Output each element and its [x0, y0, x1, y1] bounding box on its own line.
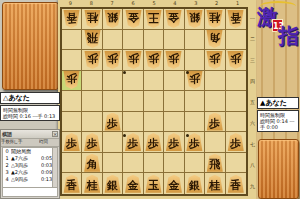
- square-8i[interactable]: 桂: [82, 173, 102, 194]
- square-1h[interactable]: [226, 153, 246, 174]
- piece-gote-歩-3d[interactable]: 歩: [186, 71, 203, 89]
- rank-label-4: 四: [249, 70, 256, 91]
- piece-gote-歩-8c[interactable]: 歩: [84, 51, 101, 69]
- square-8a[interactable]: 桂: [82, 9, 102, 30]
- piece-kanji: 香: [66, 178, 77, 193]
- piece-sente-歩-4g[interactable]: 歩: [165, 133, 182, 151]
- square-2h[interactable]: 飛: [205, 153, 225, 174]
- kifu-header: 手数 指し手 時間: [1, 139, 59, 147]
- piece-gote-歩-6c[interactable]: 歩: [125, 51, 142, 69]
- square-2i[interactable]: 桂: [205, 173, 225, 194]
- piece-sente-歩-6g[interactable]: 歩: [125, 133, 142, 151]
- piece-sente-銀-3i[interactable]: 銀: [186, 175, 203, 193]
- square-9c[interactable]: [62, 50, 82, 71]
- square-5b[interactable]: [144, 30, 164, 51]
- piece-gote-歩-1c[interactable]: 歩: [227, 51, 244, 69]
- piece-kanji: 歩: [209, 51, 220, 66]
- logo-kanji-2: 指: [278, 22, 299, 50]
- square-9b[interactable]: [62, 30, 82, 51]
- file-label-5: 5: [144, 0, 165, 7]
- piece-kanji: 飛: [209, 157, 220, 172]
- piece-sente-歩-5g[interactable]: 歩: [145, 133, 162, 151]
- file-label-3: 3: [185, 0, 206, 7]
- square-5c[interactable]: 歩: [144, 50, 164, 71]
- piece-kanji: 桂: [87, 10, 98, 25]
- rank-label-2: 二: [249, 28, 256, 49]
- piece-kanji: 歩: [66, 71, 77, 86]
- piece-gote-銀-3a[interactable]: 銀: [186, 10, 203, 28]
- square-1i[interactable]: 香: [226, 173, 246, 194]
- square-4f[interactable]: [164, 112, 184, 133]
- rank-label-8: 八: [249, 154, 256, 175]
- piece-kanji: 香: [66, 10, 77, 25]
- piece-gote-歩-5c[interactable]: 歩: [145, 51, 162, 69]
- kifu-row-0[interactable]: 0開始局面: [3, 148, 57, 155]
- square-8g[interactable]: 歩: [82, 132, 102, 153]
- square-1c[interactable]: 歩: [226, 50, 246, 71]
- piece-gote-歩-4c[interactable]: 歩: [165, 51, 182, 69]
- file-label-8: 8: [81, 0, 102, 7]
- sente-piece-stand[interactable]: [258, 139, 299, 199]
- square-7e[interactable]: [103, 91, 123, 112]
- piece-gote-桂-8a[interactable]: 桂: [84, 10, 101, 28]
- piece-kanji: 桂: [209, 178, 220, 193]
- file-label-1: 1: [227, 0, 248, 7]
- square-1e[interactable]: [226, 91, 246, 112]
- piece-sente-金-6i[interactable]: 金: [125, 175, 142, 193]
- square-7d[interactable]: [103, 71, 123, 92]
- piece-kanji: 歩: [209, 116, 220, 131]
- piece-kanji: 金: [128, 10, 139, 25]
- rank-label-5: 五: [249, 91, 256, 112]
- square-6i[interactable]: 金: [123, 173, 143, 194]
- piece-kanji: 歩: [66, 136, 77, 151]
- square-2d[interactable]: [205, 71, 225, 92]
- square-5a[interactable]: 王: [144, 9, 164, 30]
- square-3c[interactable]: [185, 50, 205, 71]
- square-5d[interactable]: [144, 71, 164, 92]
- kifu-window: 棋譜 × 手数 指し手 時間 0開始局面1▲7六歩0:052△3四歩0:033▲…: [0, 129, 60, 199]
- square-9e[interactable]: [62, 91, 82, 112]
- piece-kanji: 香: [230, 10, 241, 25]
- square-5i[interactable]: 玉: [144, 173, 164, 194]
- square-2c[interactable]: 歩: [205, 50, 225, 71]
- square-2e[interactable]: [205, 91, 225, 112]
- kifu-row-3[interactable]: 3▲2六歩0:09: [3, 169, 57, 176]
- square-2a[interactable]: 桂: [205, 9, 225, 30]
- piece-sente-歩-1g[interactable]: 歩: [227, 133, 244, 151]
- piece-sente-桂-2i[interactable]: 桂: [206, 175, 223, 193]
- piece-kanji: 歩: [148, 51, 159, 66]
- kifu-rows: 0開始局面1▲7六歩0:052△3四歩0:033▲2六歩0:094△9四歩0:1…: [3, 148, 57, 183]
- square-9g[interactable]: 歩: [62, 132, 82, 153]
- square-1d[interactable]: [226, 71, 246, 92]
- square-1b[interactable]: [226, 30, 246, 51]
- square-2g[interactable]: [205, 132, 225, 153]
- gote-time-info: 時間無制限 総時間 0:16 一手 0:13: [0, 105, 60, 121]
- piece-kanji: 歩: [128, 136, 139, 151]
- square-1g[interactable]: 歩: [226, 132, 246, 153]
- square-4c[interactable]: 歩: [164, 50, 184, 71]
- gote-player-name: △あなた: [0, 92, 60, 104]
- piece-kanji: 銀: [189, 10, 200, 25]
- square-7g[interactable]: [103, 132, 123, 153]
- app-window: 激 13 指 987654321 一二三四五六七八九 香桂銀金王金銀桂香飛角歩歩…: [0, 0, 300, 199]
- square-3f[interactable]: [185, 112, 205, 133]
- square-4h[interactable]: [164, 153, 184, 174]
- piece-kanji: 香: [230, 178, 241, 193]
- sente-time-info: 時間無制限 総時間 0:14 一手 0:00: [257, 110, 299, 132]
- square-9d[interactable]: 歩: [62, 71, 82, 92]
- rank-label-3: 三: [249, 49, 256, 70]
- square-9a[interactable]: 香: [62, 9, 82, 30]
- piece-sente-香-9i[interactable]: 香: [63, 175, 80, 193]
- file-label-4: 4: [164, 0, 185, 7]
- piece-kanji: 歩: [148, 136, 159, 151]
- piece-kanji: 歩: [87, 136, 98, 151]
- piece-kanji: 歩: [107, 51, 118, 66]
- square-1a[interactable]: 香: [226, 9, 246, 30]
- piece-gote-香-9a[interactable]: 香: [63, 10, 80, 28]
- square-7f[interactable]: 歩: [103, 112, 123, 133]
- piece-kanji: 桂: [87, 178, 98, 193]
- piece-sente-金-4i[interactable]: 金: [165, 175, 182, 193]
- square-7b[interactable]: [103, 30, 123, 51]
- piece-sente-飛-2h[interactable]: 飛: [206, 154, 223, 172]
- rank-label-7: 七: [249, 133, 256, 154]
- piece-kanji: 銀: [107, 10, 118, 25]
- piece-kanji: 歩: [107, 116, 118, 131]
- hoshi-dot: [186, 134, 189, 137]
- square-6e[interactable]: [123, 91, 143, 112]
- square-9i[interactable]: 香: [62, 173, 82, 194]
- kifu-scrollbar[interactable]: [52, 148, 57, 188]
- kifu-row-1[interactable]: 1▲7六歩0:05: [3, 155, 57, 162]
- square-1f[interactable]: [226, 112, 246, 133]
- gote-move-time: 0:13: [44, 113, 55, 119]
- piece-kanji: 歩: [87, 51, 98, 66]
- sente-player-panel: ▲あなた 時間無制限 総時間 0:14 一手 0:00: [257, 97, 299, 132]
- piece-kanji: 玉: [148, 178, 159, 193]
- piece-sente-歩-7f[interactable]: 歩: [104, 113, 121, 131]
- file-labels: 987654321: [60, 0, 248, 7]
- gote-total-time: 0:16: [20, 113, 31, 119]
- piece-kanji: 歩: [168, 136, 179, 151]
- file-label-7: 7: [102, 0, 123, 7]
- gote-clock: 総時間 0:16 一手 0:13: [3, 113, 57, 119]
- sente-total-time: 0:14: [277, 118, 288, 124]
- square-5g[interactable]: 歩: [144, 132, 164, 153]
- piece-sente-歩-9g[interactable]: 歩: [63, 133, 80, 151]
- kifu-row-2[interactable]: 2△3四歩0:03: [3, 162, 57, 169]
- piece-kanji: 歩: [230, 51, 241, 66]
- piece-gote-飛-8b[interactable]: 飛: [84, 30, 101, 48]
- square-9f[interactable]: [62, 112, 82, 133]
- piece-gote-歩-9d[interactable]: 歩: [63, 71, 80, 89]
- kifu-col-time: 時間: [39, 139, 53, 146]
- sente-clock: 総時間 0:14 一手 0:00: [260, 118, 296, 130]
- piece-kanji: 角: [209, 30, 220, 45]
- piece-gote-金-6a[interactable]: 金: [125, 10, 142, 28]
- square-6g[interactable]: 歩: [123, 132, 143, 153]
- piece-gote-王-5a[interactable]: 王: [145, 10, 162, 28]
- kifu-comment-box[interactable]: [2, 187, 58, 197]
- square-7c[interactable]: 歩: [103, 50, 123, 71]
- piece-kanji: 桂: [209, 10, 220, 25]
- square-4d[interactable]: [164, 71, 184, 92]
- square-6a[interactable]: 金: [123, 9, 143, 30]
- square-4e[interactable]: [164, 91, 184, 112]
- square-6f[interactable]: [123, 112, 143, 133]
- kifu-move-list[interactable]: 0開始局面1▲7六歩0:052△3四歩0:033▲2六歩0:094△9四歩0:1…: [2, 147, 58, 189]
- piece-gote-金-4a[interactable]: 金: [165, 10, 182, 28]
- square-7a[interactable]: 銀: [103, 9, 123, 30]
- piece-sente-香-1i[interactable]: 香: [227, 175, 244, 193]
- piece-sente-歩-8g[interactable]: 歩: [84, 133, 101, 151]
- square-3a[interactable]: 銀: [185, 9, 205, 30]
- piece-kanji: 金: [168, 178, 179, 193]
- piece-gote-角-2b[interactable]: 角: [206, 30, 223, 48]
- kifu-row-4[interactable]: 4△9四歩0:13: [3, 176, 57, 183]
- kifu-col-moveno: 手数: [1, 139, 9, 146]
- kifu-col-move: 指し手: [9, 139, 39, 146]
- rank-label-6: 六: [249, 112, 256, 133]
- piece-kanji: 王: [148, 10, 159, 25]
- sente-move-time: 0:00: [267, 124, 278, 130]
- file-label-9: 9: [60, 0, 81, 7]
- piece-kanji: 銀: [189, 178, 200, 193]
- piece-gote-桂-2a[interactable]: 桂: [206, 10, 223, 28]
- piece-sente-銀-7i[interactable]: 銀: [104, 175, 121, 193]
- piece-sente-桂-8i[interactable]: 桂: [84, 175, 101, 193]
- sente-player-name: ▲あなた: [257, 97, 299, 109]
- piece-kanji: 角: [87, 157, 98, 172]
- piece-kanji: 飛: [87, 30, 98, 45]
- square-6d[interactable]: [123, 71, 143, 92]
- square-2b[interactable]: 角: [205, 30, 225, 51]
- gote-piece-stand[interactable]: [2, 2, 59, 90]
- close-icon[interactable]: ×: [52, 131, 58, 137]
- square-8f[interactable]: [82, 112, 102, 133]
- piece-gote-歩-2c[interactable]: 歩: [206, 51, 223, 69]
- piece-kanji: 歩: [189, 136, 200, 151]
- square-6c[interactable]: 歩: [123, 50, 143, 71]
- file-label-2: 2: [206, 0, 227, 7]
- file-label-6: 6: [123, 0, 144, 7]
- kifu-title: 棋譜: [2, 131, 12, 137]
- kifu-title-bar[interactable]: 棋譜 ×: [1, 130, 59, 139]
- square-5h[interactable]: [144, 153, 164, 174]
- rank-labels: 一二三四五六七八九: [249, 7, 256, 196]
- board-grid: 香桂銀金王金銀桂香飛角歩歩歩歩歩歩歩歩歩歩歩歩歩歩歩歩歩歩角飛香桂銀金玉金銀桂香: [60, 7, 248, 196]
- piece-sente-玉-5i[interactable]: 玉: [145, 175, 162, 193]
- square-4g[interactable]: 歩: [164, 132, 184, 153]
- piece-kanji: 銀: [107, 178, 118, 193]
- square-8c[interactable]: 歩: [82, 50, 102, 71]
- square-3b[interactable]: [185, 30, 205, 51]
- shogi-board-block: 987654321 一二三四五六七八九 香桂銀金王金銀桂香飛角歩歩歩歩歩歩歩歩歩…: [58, 0, 256, 199]
- hoshi-dot: [186, 71, 189, 74]
- square-8b[interactable]: 飛: [82, 30, 102, 51]
- square-7i[interactable]: 銀: [103, 173, 123, 194]
- piece-gote-銀-7a[interactable]: 銀: [104, 10, 121, 28]
- piece-kanji: 歩: [189, 71, 200, 86]
- square-8e[interactable]: [82, 91, 102, 112]
- piece-kanji: 金: [168, 10, 179, 25]
- square-3e[interactable]: [185, 91, 205, 112]
- square-4i[interactable]: 金: [164, 173, 184, 194]
- piece-gote-歩-7c[interactable]: 歩: [104, 51, 121, 69]
- square-8d[interactable]: [82, 71, 102, 92]
- square-9h[interactable]: [62, 153, 82, 174]
- square-8h[interactable]: 角: [82, 153, 102, 174]
- piece-sente-歩-2f[interactable]: 歩: [206, 113, 223, 131]
- square-5e[interactable]: [144, 91, 164, 112]
- piece-kanji: 金: [128, 178, 139, 193]
- square-2f[interactable]: 歩: [205, 112, 225, 133]
- gote-player-panel: △あなた 時間無制限 総時間 0:16 一手 0:13: [0, 92, 60, 121]
- piece-kanji: 歩: [128, 51, 139, 66]
- piece-gote-香-1a[interactable]: 香: [227, 10, 244, 28]
- square-3d[interactable]: 歩: [185, 71, 205, 92]
- square-5f[interactable]: [144, 112, 164, 133]
- rank-label-9: 九: [249, 175, 256, 196]
- piece-sente-角-8h[interactable]: 角: [84, 154, 101, 172]
- square-6h[interactable]: [123, 153, 143, 174]
- square-7h[interactable]: [103, 153, 123, 174]
- square-4b[interactable]: [164, 30, 184, 51]
- rank-label-1: 一: [249, 7, 256, 28]
- square-3i[interactable]: 銀: [185, 173, 205, 194]
- piece-kanji: 歩: [230, 136, 241, 151]
- square-3h[interactable]: [185, 153, 205, 174]
- hoshi-dot: [123, 134, 126, 137]
- hoshi-dot: [123, 71, 126, 74]
- square-4a[interactable]: 金: [164, 9, 184, 30]
- square-6b[interactable]: [123, 30, 143, 51]
- app-logo: 激 13 指: [257, 0, 300, 50]
- piece-kanji: 歩: [168, 51, 179, 66]
